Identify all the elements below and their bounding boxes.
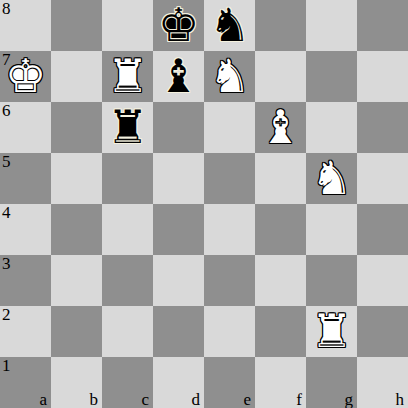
piece-white-knight-g5[interactable]: ♞ [311,155,352,201]
square-b7[interactable] [51,51,102,102]
square-g1[interactable]: g [306,357,357,408]
rank-label-2: 2 [2,306,11,323]
square-h8[interactable] [357,0,408,51]
square-b5[interactable] [51,153,102,204]
square-d4[interactable] [153,204,204,255]
rank-label-1: 1 [2,357,11,374]
piece-white-king-a7[interactable]: ♚ [5,53,46,99]
square-e6[interactable] [204,102,255,153]
square-d6[interactable] [153,102,204,153]
square-b6[interactable] [51,102,102,153]
file-label-a: a [39,392,47,407]
square-a5[interactable]: 5 [0,153,51,204]
square-a2[interactable]: 2 [0,306,51,357]
piece-white-rook-g2[interactable]: ♜ [311,308,352,354]
square-c1[interactable]: c [102,357,153,408]
square-c6[interactable]: ♜ [102,102,153,153]
piece-white-bishop-f6[interactable]: ♝ [260,104,301,150]
square-a6[interactable]: 6 [0,102,51,153]
square-c3[interactable] [102,255,153,306]
square-f2[interactable] [255,306,306,357]
square-g6[interactable] [306,102,357,153]
square-d5[interactable] [153,153,204,204]
square-b1[interactable]: b [51,357,102,408]
file-label-d: d [192,392,201,407]
square-h6[interactable] [357,102,408,153]
rank-label-4: 4 [2,204,11,221]
square-c2[interactable] [102,306,153,357]
square-c5[interactable] [102,153,153,204]
square-h1[interactable]: h [357,357,408,408]
square-g3[interactable] [306,255,357,306]
piece-black-bishop-d7[interactable]: ♝ [158,53,199,99]
square-f3[interactable] [255,255,306,306]
square-b3[interactable] [51,255,102,306]
square-e8[interactable]: ♞ [204,0,255,51]
chess-board: 8♚♞7♚♜♝♞6♜♝5♞432♜1abcdefgh [0,0,408,408]
square-c4[interactable] [102,204,153,255]
square-e5[interactable] [204,153,255,204]
square-b2[interactable] [51,306,102,357]
rank-label-8: 8 [2,0,11,17]
square-g4[interactable] [306,204,357,255]
square-h2[interactable] [357,306,408,357]
square-g7[interactable] [306,51,357,102]
square-f4[interactable] [255,204,306,255]
square-c7[interactable]: ♜ [102,51,153,102]
square-g5[interactable]: ♞ [306,153,357,204]
square-a3[interactable]: 3 [0,255,51,306]
rank-label-3: 3 [2,255,11,272]
square-c8[interactable] [102,0,153,51]
square-h4[interactable] [357,204,408,255]
square-d8[interactable]: ♚ [153,0,204,51]
piece-black-rook-c6[interactable]: ♜ [107,104,148,150]
rank-label-5: 5 [2,153,11,170]
file-label-g: g [345,392,354,407]
square-a1[interactable]: 1a [0,357,51,408]
square-b8[interactable] [51,0,102,51]
square-g2[interactable]: ♜ [306,306,357,357]
square-e3[interactable] [204,255,255,306]
square-f8[interactable] [255,0,306,51]
square-a4[interactable]: 4 [0,204,51,255]
file-label-h: h [396,392,405,407]
square-a8[interactable]: 8 [0,0,51,51]
file-label-b: b [90,392,99,407]
square-f7[interactable] [255,51,306,102]
square-f6[interactable]: ♝ [255,102,306,153]
piece-white-knight-e7[interactable]: ♞ [209,53,250,99]
square-d7[interactable]: ♝ [153,51,204,102]
piece-black-king-d8[interactable]: ♚ [158,2,199,48]
square-f5[interactable] [255,153,306,204]
file-label-f: f [296,392,302,407]
square-e7[interactable]: ♞ [204,51,255,102]
square-h5[interactable] [357,153,408,204]
square-b4[interactable] [51,204,102,255]
square-g8[interactable] [306,0,357,51]
piece-white-rook-c7[interactable]: ♜ [107,53,148,99]
square-h7[interactable] [357,51,408,102]
square-f1[interactable]: f [255,357,306,408]
rank-label-6: 6 [2,102,11,119]
square-d1[interactable]: d [153,357,204,408]
file-label-c: c [141,392,149,407]
square-h3[interactable] [357,255,408,306]
piece-black-knight-e8[interactable]: ♞ [209,2,250,48]
file-label-e: e [243,392,251,407]
square-a7[interactable]: 7♚ [0,51,51,102]
square-e2[interactable] [204,306,255,357]
square-d2[interactable] [153,306,204,357]
square-d3[interactable] [153,255,204,306]
square-e4[interactable] [204,204,255,255]
square-e1[interactable]: e [204,357,255,408]
